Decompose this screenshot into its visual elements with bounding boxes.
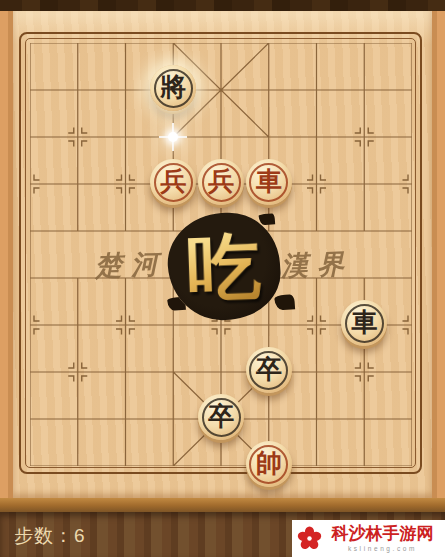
piece-glyph: 兵 [208, 168, 234, 194]
piece-兵-red[interactable]: 兵 [198, 159, 244, 205]
step-counter: 步数：6 [14, 523, 86, 549]
piece-glyph: 卒 [208, 403, 234, 429]
piece-帥-red[interactable]: 帥 [246, 441, 292, 487]
top-wood-strip [0, 0, 445, 11]
game-screen: 楚河 漢界 吃 將兵兵車車卒卒帥 步数：6 科沙林手游网 kslineng.co… [0, 0, 445, 557]
move-origin-sparkle[interactable] [168, 132, 178, 142]
piece-將-black[interactable]: 將 [150, 65, 196, 111]
piece-車-black[interactable]: 車 [341, 300, 387, 346]
flower-logo-icon [296, 525, 323, 552]
piece-卒-black[interactable]: 卒 [198, 394, 244, 440]
eat-stamp-text: 吃 [186, 228, 263, 305]
piece-兵-red[interactable]: 兵 [150, 159, 196, 205]
piece-glyph: 帥 [256, 450, 282, 476]
board-bottom-bevel [0, 498, 445, 512]
piece-車-red[interactable]: 車 [246, 159, 292, 205]
watermark-title: 科沙林手游网 [332, 525, 434, 544]
piece-glyph: 卒 [256, 356, 282, 382]
piece-glyph: 兵 [160, 168, 186, 194]
piece-卒-black[interactable]: 卒 [246, 347, 292, 393]
piece-glyph: 車 [256, 168, 282, 194]
piece-glyph: 車 [351, 309, 377, 335]
piece-glyph: 將 [160, 74, 186, 100]
watermark-domain: kslineng.com [348, 545, 417, 552]
watermark: 科沙林手游网 kslineng.com [292, 520, 445, 557]
